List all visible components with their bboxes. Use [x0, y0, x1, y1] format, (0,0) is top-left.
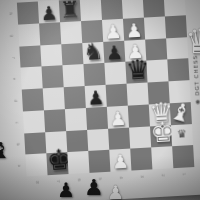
square-g4[interactable]: ♟ — [102, 19, 124, 42]
piece-white-pawn[interactable]: ♟ — [107, 108, 129, 128]
square-c3[interactable] — [128, 104, 150, 127]
rank-label-2: 2 — [156, 164, 170, 186]
piece-black-pawn[interactable]: ♟ — [38, 3, 60, 23]
square-d5[interactable]: ♟ — [85, 85, 107, 108]
square-e6[interactable] — [62, 64, 84, 87]
file-label-d: d — [5, 94, 27, 108]
chess-photo-scene: ♟♜♟♟♞♟♟♛♟♟♛♝♚♛♚♟ hgfedcba 87654321 ◉ DGT… — [0, 0, 200, 200]
square-b3[interactable] — [129, 126, 151, 149]
square-f4[interactable]: ♟ — [103, 40, 125, 63]
file-label-e: e — [3, 72, 25, 86]
square-g6[interactable] — [60, 21, 82, 44]
square-c5[interactable] — [86, 107, 108, 130]
captured-black-piece-left-edge: ♝ — [0, 140, 11, 162]
square-f6[interactable] — [61, 43, 83, 66]
dgt-crown-logo: ♛ — [171, 129, 193, 141]
piece-black-pawn[interactable]: ♟ — [85, 88, 107, 108]
piece-white-pawn[interactable]: ♟ — [123, 20, 145, 40]
square-d7[interactable] — [43, 87, 65, 110]
square-c7[interactable] — [44, 109, 66, 132]
square-e3[interactable]: ♛ — [125, 61, 147, 84]
rank-label-8: 8 — [30, 171, 44, 193]
square-g7[interactable] — [39, 22, 61, 45]
file-label-f: f — [2, 50, 24, 64]
captured-white-piece-bottom: ♟ — [107, 183, 124, 200]
square-e1[interactable] — [167, 58, 189, 81]
square-e4[interactable] — [104, 62, 126, 85]
captured-white-piece-right-edge: ♛ — [185, 24, 200, 58]
square-h1[interactable] — [164, 0, 186, 16]
captured-black-piece-bottom-2: ♟ — [84, 177, 104, 199]
square-h7[interactable]: ♟ — [38, 0, 60, 23]
rank-label-3: 3 — [135, 166, 149, 188]
square-e5[interactable] — [83, 63, 105, 86]
square-d3[interactable] — [127, 82, 149, 105]
square-h3[interactable] — [122, 0, 144, 19]
square-b5[interactable] — [87, 128, 109, 151]
square-e2[interactable] — [146, 60, 168, 83]
piece-white-pawn[interactable]: ♟ — [102, 21, 124, 41]
chess-board: ♟♜♟♟♞♟♟♛♟♟♛♝♚♛♚♟ hgfedcba 87654321 ◉ DGT… — [0, 0, 200, 200]
square-f7[interactable] — [40, 44, 62, 67]
square-c6[interactable] — [65, 108, 87, 131]
captured-black-piece-bottom-1: ♟ — [57, 180, 75, 200]
square-g2[interactable] — [144, 16, 166, 39]
square-e7[interactable] — [41, 65, 63, 88]
square-b2[interactable]: ♚ — [150, 125, 172, 148]
dgt-brand-text: ◉ DGT CHESS — [192, 54, 200, 105]
piece-black-knight[interactable]: ♞ — [82, 40, 104, 64]
file-label-a: a — [8, 159, 30, 173]
square-h4[interactable] — [101, 0, 123, 20]
square-b4[interactable] — [108, 127, 130, 150]
file-label-c: c — [6, 115, 28, 129]
piece-black-pawn[interactable]: ♟ — [103, 43, 125, 63]
square-h2[interactable] — [143, 0, 165, 17]
piece-black-queen[interactable]: ♛ — [125, 56, 147, 84]
square-b1[interactable]: ♛ — [171, 124, 193, 147]
file-label-g: g — [1, 29, 23, 43]
piece-white-king[interactable]: ♚ — [150, 119, 173, 148]
square-f5[interactable]: ♞ — [82, 41, 104, 64]
square-c4[interactable]: ♟ — [107, 105, 129, 128]
board-grid: ♟♜♟♟♞♟♟♛♟♟♛♝♚♛♚♟ — [17, 0, 194, 176]
square-g1[interactable] — [165, 15, 187, 38]
square-g3[interactable]: ♟ — [123, 17, 145, 40]
square-d6[interactable] — [64, 86, 86, 109]
piece-black-rook[interactable]: ♜ — [59, 0, 81, 22]
file-label-h: h — [0, 7, 22, 21]
square-h6[interactable]: ♜ — [59, 0, 81, 22]
square-d4[interactable] — [106, 84, 128, 107]
square-h5[interactable] — [80, 0, 102, 21]
rank-label-1: 1 — [177, 163, 191, 185]
